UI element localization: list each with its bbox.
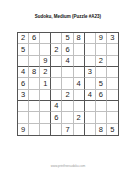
cell-r5c7[interactable] <box>85 78 96 89</box>
cell-r6c6[interactable] <box>74 90 85 101</box>
cell-r9c7[interactable] <box>85 124 96 135</box>
cell-r5c9[interactable] <box>107 78 118 89</box>
cell-r2c1[interactable]: 5 <box>18 44 29 55</box>
sudoku-printable-page: Sudoku, Medium (Puzzle #A23) 26589352694… <box>0 0 136 176</box>
cell-r7c3[interactable] <box>40 101 51 112</box>
cell-r2c8[interactable] <box>96 44 107 55</box>
cell-r3c9[interactable] <box>107 56 118 67</box>
cell-r7c5[interactable] <box>62 101 73 112</box>
cell-r9c3[interactable] <box>40 124 51 135</box>
cell-r3c4[interactable] <box>51 56 62 67</box>
cell-r4c6[interactable] <box>74 67 85 78</box>
cell-r2c4[interactable]: 2 <box>51 44 62 55</box>
cell-r1c2[interactable]: 6 <box>29 33 40 44</box>
cell-r8c7[interactable] <box>85 112 96 123</box>
cell-r3c7[interactable] <box>85 56 96 67</box>
cell-r9c6[interactable] <box>74 124 85 135</box>
cell-r2c9[interactable] <box>107 44 118 55</box>
cell-r7c4[interactable]: 4 <box>51 101 62 112</box>
cell-r4c7[interactable]: 3 <box>85 67 96 78</box>
cell-r1c1[interactable]: 2 <box>18 33 29 44</box>
cell-r6c9[interactable] <box>107 90 118 101</box>
cell-r7c1[interactable] <box>18 101 29 112</box>
cell-r3c8[interactable]: 2 <box>96 56 107 67</box>
cell-r7c2[interactable] <box>29 101 40 112</box>
cell-r1c4[interactable] <box>51 33 62 44</box>
cell-r7c6[interactable] <box>74 101 85 112</box>
cell-r2c5[interactable]: 6 <box>62 44 73 55</box>
cell-r8c8[interactable] <box>96 112 107 123</box>
cell-r4c2[interactable]: 8 <box>29 67 40 78</box>
cell-r5c3[interactable]: 1 <box>40 78 51 89</box>
cell-r2c6[interactable] <box>74 44 85 55</box>
cell-r8c6[interactable]: 2 <box>74 112 85 123</box>
cell-r5c5[interactable] <box>62 78 73 89</box>
cell-r6c4[interactable] <box>51 90 62 101</box>
cell-r2c3[interactable] <box>40 44 51 55</box>
puzzle-title: Sudoku, Medium (Puzzle #A23) <box>0 14 136 19</box>
cell-r3c2[interactable] <box>29 56 40 67</box>
cell-r3c5[interactable]: 4 <box>62 56 73 67</box>
cell-r6c7[interactable]: 4 <box>85 90 96 101</box>
cell-r8c2[interactable] <box>29 112 40 123</box>
cell-r8c1[interactable] <box>18 112 29 123</box>
cell-r9c1[interactable]: 9 <box>18 124 29 135</box>
cell-r3c1[interactable] <box>18 56 29 67</box>
cell-r7c8[interactable] <box>96 101 107 112</box>
cell-r5c4[interactable] <box>51 78 62 89</box>
cell-r6c3[interactable] <box>40 90 51 101</box>
cell-r6c5[interactable]: 2 <box>62 90 73 101</box>
cell-r9c9[interactable]: 5 <box>107 124 118 135</box>
cell-r3c3[interactable]: 9 <box>40 56 51 67</box>
cell-r8c4[interactable]: 6 <box>51 112 62 123</box>
cell-r6c1[interactable]: 3 <box>18 90 29 101</box>
cell-r1c9[interactable]: 3 <box>107 33 118 44</box>
cell-r1c6[interactable]: 8 <box>74 33 85 44</box>
sudoku-grid: 2658935269424823614532464629785 <box>17 32 119 136</box>
cell-r8c3[interactable] <box>40 112 51 123</box>
cell-r5c6[interactable]: 4 <box>74 78 85 89</box>
cell-r8c9[interactable] <box>107 112 118 123</box>
cell-r4c3[interactable]: 2 <box>40 67 51 78</box>
cell-r4c5[interactable] <box>62 67 73 78</box>
cell-r9c2[interactable] <box>29 124 40 135</box>
cell-r1c5[interactable]: 5 <box>62 33 73 44</box>
cell-r4c8[interactable] <box>96 67 107 78</box>
cell-r4c9[interactable] <box>107 67 118 78</box>
cell-r4c4[interactable] <box>51 67 62 78</box>
cell-r1c8[interactable]: 9 <box>96 33 107 44</box>
cell-r9c5[interactable]: 7 <box>62 124 73 135</box>
cell-r5c8[interactable]: 5 <box>96 78 107 89</box>
cell-r2c7[interactable] <box>85 44 96 55</box>
cell-r8c5[interactable] <box>62 112 73 123</box>
cell-r1c3[interactable] <box>40 33 51 44</box>
cell-r2c2[interactable] <box>29 44 40 55</box>
cell-r5c2[interactable] <box>29 78 40 89</box>
cell-r5c1[interactable]: 6 <box>18 78 29 89</box>
cell-r1c7[interactable] <box>85 33 96 44</box>
cell-r9c4[interactable] <box>51 124 62 135</box>
cell-r7c9[interactable] <box>107 101 118 112</box>
cell-r4c1[interactable]: 4 <box>18 67 29 78</box>
cell-r7c7[interactable] <box>85 101 96 112</box>
footer-url: www.printfreesudoku.com <box>0 164 136 168</box>
cell-r9c8[interactable]: 8 <box>96 124 107 135</box>
cell-r3c6[interactable] <box>74 56 85 67</box>
cell-r6c2[interactable] <box>29 90 40 101</box>
cell-r6c8[interactable]: 6 <box>96 90 107 101</box>
